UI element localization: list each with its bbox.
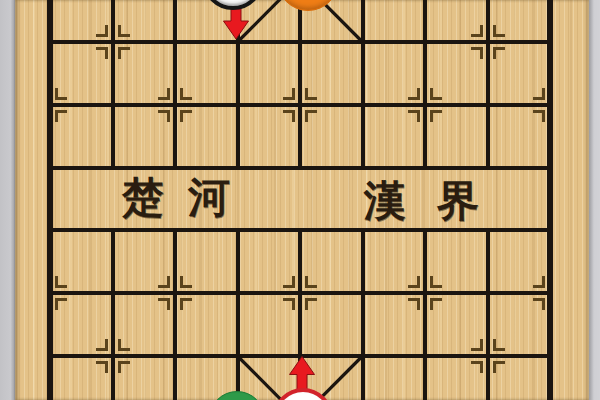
file-line: [173, 230, 177, 400]
file-line: [423, 0, 427, 168]
point-marker: [55, 110, 67, 122]
point-marker: [408, 276, 420, 288]
point-marker: [430, 276, 442, 288]
point-marker: [408, 110, 420, 122]
top-orange-disc[interactable]: [277, 0, 339, 11]
point-marker: [305, 298, 317, 310]
file-line: [423, 230, 427, 400]
point-marker: [180, 88, 192, 100]
point-marker: [96, 361, 108, 373]
bottom-green-disc[interactable]: [209, 391, 265, 400]
point-marker: [305, 276, 317, 288]
point-marker: [471, 47, 483, 59]
point-marker: [533, 298, 545, 310]
point-marker: [493, 361, 505, 373]
point-marker: [96, 47, 108, 59]
file-line: [236, 230, 240, 400]
point-marker: [180, 110, 192, 122]
point-marker: [533, 110, 545, 122]
river-label-chu: 楚: [122, 170, 164, 226]
point-marker: [118, 25, 130, 37]
file-line: [486, 0, 490, 168]
file-line: [236, 0, 240, 168]
point-marker: [283, 276, 295, 288]
point-marker: [283, 110, 295, 122]
point-marker: [283, 88, 295, 100]
point-marker: [283, 298, 295, 310]
point-marker: [118, 361, 130, 373]
point-marker: [471, 25, 483, 37]
file-border-line: [547, 0, 553, 400]
point-marker: [180, 298, 192, 310]
point-marker: [96, 339, 108, 351]
file-line: [361, 230, 365, 400]
point-marker: [533, 88, 545, 100]
point-marker: [430, 110, 442, 122]
point-marker: [493, 47, 505, 59]
river-label-he: 河: [188, 170, 230, 226]
bottom-white-red-disc[interactable]: [273, 388, 333, 400]
file-line: [298, 230, 302, 400]
point-marker: [158, 88, 170, 100]
file-line: [361, 0, 365, 168]
xiangqi-board-screenshot: 楚 河 漢 界: [0, 0, 600, 400]
point-marker: [158, 110, 170, 122]
file-border-line: [47, 0, 53, 400]
file-line: [486, 230, 490, 400]
point-marker: [471, 361, 483, 373]
point-marker: [305, 88, 317, 100]
point-marker: [430, 88, 442, 100]
river-label-jie: 界: [437, 173, 479, 229]
point-marker: [408, 88, 420, 100]
point-marker: [55, 276, 67, 288]
file-line: [298, 0, 302, 168]
background-right: [589, 0, 600, 400]
point-marker: [55, 298, 67, 310]
point-marker: [158, 298, 170, 310]
point-marker: [158, 276, 170, 288]
point-marker: [493, 339, 505, 351]
top-white-disc[interactable]: [202, 0, 264, 10]
file-line: [173, 0, 177, 168]
river-label-han: 漢: [364, 173, 406, 229]
xiangqi-board[interactable]: 楚 河 漢 界: [15, 0, 589, 400]
point-marker: [533, 276, 545, 288]
point-marker: [305, 110, 317, 122]
point-marker: [430, 298, 442, 310]
point-marker: [118, 339, 130, 351]
point-marker: [180, 276, 192, 288]
point-marker: [408, 298, 420, 310]
point-marker: [118, 47, 130, 59]
point-marker: [96, 25, 108, 37]
file-line: [111, 0, 115, 168]
point-marker: [471, 339, 483, 351]
background-left: [0, 0, 15, 400]
file-line: [111, 230, 115, 400]
point-marker: [493, 25, 505, 37]
point-marker: [55, 88, 67, 100]
